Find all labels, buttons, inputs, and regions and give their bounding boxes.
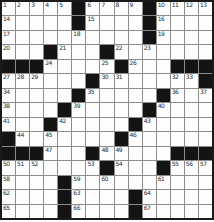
cell-r12c5[interactable]	[58, 161, 71, 174]
clue-number: 48	[101, 147, 108, 153]
cell-r14c12[interactable]	[157, 190, 170, 203]
cell-r2c12[interactable]: 16	[157, 16, 170, 29]
cell-r1c9[interactable]: 8	[115, 2, 128, 15]
cell-r3c7[interactable]	[86, 31, 99, 44]
cell-r7c9[interactable]	[115, 89, 128, 102]
cell-r12c3[interactable]: 52	[30, 161, 43, 174]
clue-number: 25	[101, 60, 108, 66]
clue-number: 58	[3, 176, 10, 182]
cell-r12c11[interactable]	[143, 161, 156, 174]
cell-r8c7[interactable]	[86, 103, 99, 116]
black-cell-r1c6	[72, 2, 85, 15]
cell-r9c14[interactable]	[185, 118, 198, 131]
black-cell-r5c9	[115, 60, 128, 73]
cell-r14c11[interactable]: 64	[143, 190, 156, 203]
clue-number: 5	[59, 2, 62, 8]
cell-r6c10[interactable]	[129, 74, 142, 87]
clue-number: 30	[101, 74, 108, 80]
cell-r13c6[interactable]: 59	[72, 176, 85, 189]
cell-r12c14[interactable]: 56	[185, 161, 198, 174]
cell-r5c7[interactable]	[86, 60, 99, 73]
cell-r13c15[interactable]	[199, 176, 212, 189]
cell-r12c9[interactable]: 54	[115, 161, 128, 174]
black-cell-r4c4	[44, 45, 57, 58]
black-cell-r5c14	[185, 60, 198, 73]
black-cell-r14c10	[129, 190, 142, 203]
black-cell-r11c14	[185, 147, 198, 160]
cell-r6c11[interactable]	[143, 74, 156, 87]
cell-r11c6[interactable]	[72, 147, 85, 160]
cell-r13c4[interactable]	[44, 176, 57, 189]
black-cell-r9c4	[44, 118, 57, 131]
cell-r7c15[interactable]: 37	[199, 89, 212, 102]
cell-r13c2[interactable]	[16, 176, 29, 189]
cell-r13c9[interactable]	[115, 176, 128, 189]
cell-r14c3[interactable]	[30, 190, 43, 203]
black-cell-r13c5	[58, 176, 71, 189]
black-cell-r2c6	[72, 16, 85, 29]
cell-r10c8[interactable]	[100, 132, 113, 145]
clue-number: 34	[3, 89, 10, 95]
black-cell-r14c5	[58, 190, 71, 203]
cell-r2c4[interactable]	[44, 16, 57, 29]
black-cell-r5c3	[30, 60, 43, 73]
cell-r1c2[interactable]: 2	[16, 2, 29, 15]
cell-r9c6[interactable]	[72, 118, 85, 131]
cell-r9c9[interactable]	[115, 118, 128, 131]
cell-r4c12[interactable]	[157, 45, 170, 58]
cell-r5c6[interactable]	[72, 60, 85, 73]
clue-number: 55	[172, 161, 179, 167]
cell-r10c7[interactable]	[86, 132, 99, 145]
cell-r12c6[interactable]	[72, 161, 85, 174]
cell-r6c14[interactable]: 33	[185, 74, 198, 87]
cell-r12c2[interactable]: 51	[16, 161, 29, 174]
cell-r6c12[interactable]	[157, 74, 170, 87]
cell-r13c14[interactable]	[185, 176, 198, 189]
clue-number: 36	[172, 89, 179, 95]
cell-r7c7[interactable]: 35	[86, 89, 99, 102]
clue-number: 40	[158, 103, 165, 109]
black-cell-r7c12	[157, 89, 170, 102]
cell-r9c2[interactable]	[16, 118, 29, 131]
cell-r13c10[interactable]	[129, 176, 142, 189]
cell-r3c10[interactable]	[129, 31, 142, 44]
clue-number: 13	[200, 2, 207, 8]
clue-number: 16	[158, 16, 165, 22]
cell-r6c5[interactable]	[58, 74, 71, 87]
clue-number: 47	[45, 147, 52, 153]
cell-r4c7[interactable]	[86, 45, 99, 58]
black-cell-r5c1	[2, 60, 15, 73]
cell-r8c9[interactable]	[115, 103, 128, 116]
clue-number: 63	[73, 190, 80, 196]
clue-number: 21	[59, 45, 66, 51]
cell-r12c15[interactable]: 57	[199, 161, 212, 174]
cell-r9c15[interactable]	[199, 118, 212, 131]
cell-r10c11[interactable]	[143, 132, 156, 145]
black-cell-r11c7	[86, 147, 99, 160]
cell-r7c11[interactable]	[143, 89, 156, 102]
cell-r7c5[interactable]	[58, 89, 71, 102]
cell-r9c7[interactable]	[86, 118, 99, 131]
cell-r13c11[interactable]	[143, 176, 156, 189]
cell-r14c9[interactable]	[115, 190, 128, 203]
cell-r4c2[interactable]	[16, 45, 29, 58]
clue-number: 45	[45, 132, 52, 138]
cell-r9c8[interactable]	[100, 118, 113, 131]
clue-number: 14	[3, 16, 10, 22]
clue-number: 43	[144, 118, 151, 124]
cell-r2c2[interactable]	[16, 16, 29, 29]
black-cell-r6c15	[199, 74, 212, 87]
cell-r10c12[interactable]	[157, 132, 170, 145]
cell-r11c10[interactable]	[129, 147, 142, 160]
cell-r15c3[interactable]	[30, 205, 43, 218]
cell-r9c1[interactable]: 41	[2, 118, 15, 131]
clue-number: 52	[31, 161, 38, 167]
cell-r4c10[interactable]	[129, 45, 142, 58]
cell-r1c13[interactable]: 11	[171, 2, 184, 15]
cell-r9c3[interactable]	[30, 118, 43, 131]
cell-r15c11[interactable]: 67	[143, 205, 156, 218]
cell-r4c1[interactable]: 20	[2, 45, 15, 58]
cell-r9c13[interactable]	[171, 118, 184, 131]
cell-r6c1[interactable]: 27	[2, 74, 15, 87]
cell-r15c14[interactable]	[185, 205, 198, 218]
cell-r1c4[interactable]: 4	[44, 2, 57, 15]
clue-number: 17	[3, 31, 10, 37]
black-cell-r15c5	[58, 205, 71, 218]
cell-r4c9[interactable]: 22	[115, 45, 128, 58]
clue-number: 66	[73, 205, 80, 211]
cell-r14c1[interactable]: 62	[2, 190, 15, 203]
cell-r10c15[interactable]	[199, 132, 212, 145]
cell-r7c10[interactable]	[129, 89, 142, 102]
cell-r11c9[interactable]: 49	[115, 147, 128, 160]
clue-number: 27	[3, 74, 10, 80]
cell-r7c14[interactable]	[185, 89, 198, 102]
clue-number: 50	[3, 161, 10, 167]
clue-number: 54	[116, 161, 123, 167]
cell-r13c3[interactable]	[30, 176, 43, 189]
clue-number: 9	[130, 2, 133, 8]
cell-r4c6[interactable]	[72, 45, 85, 58]
cell-r13c12[interactable]: 61	[157, 176, 170, 189]
cell-r2c1[interactable]: 14	[2, 16, 15, 29]
cell-r1c3[interactable]: 3	[30, 2, 43, 15]
clue-number: 8	[116, 2, 119, 8]
cell-r14c14[interactable]	[185, 190, 198, 203]
cell-r15c9[interactable]	[115, 205, 128, 218]
cell-r3c3[interactable]	[30, 31, 43, 44]
cell-r5c8[interactable]: 25	[100, 60, 113, 73]
clue-number: 38	[3, 103, 10, 109]
black-cell-r11c13	[171, 147, 184, 160]
cell-r3c1[interactable]: 17	[2, 31, 15, 44]
cell-r14c7[interactable]	[86, 190, 99, 203]
cell-r12c1[interactable]: 50	[2, 161, 15, 174]
cell-r15c7[interactable]	[86, 205, 99, 218]
black-cell-r9c10	[129, 118, 142, 131]
clue-number: 67	[144, 205, 151, 211]
cell-r10c4[interactable]: 45	[44, 132, 57, 145]
cell-r1c10[interactable]: 9	[129, 2, 142, 15]
black-cell-r10c9	[115, 132, 128, 145]
black-cell-r11c3	[30, 147, 43, 160]
black-cell-r11c15	[199, 147, 212, 160]
clue-number: 28	[17, 74, 24, 80]
cell-r1c15[interactable]: 13	[199, 2, 212, 15]
cell-r12c4[interactable]	[44, 161, 57, 174]
cell-r2c7[interactable]: 15	[86, 16, 99, 29]
cell-r7c2[interactable]	[16, 89, 29, 102]
clue-number: 60	[101, 176, 108, 182]
cell-r7c4[interactable]	[44, 89, 57, 102]
black-cell-r11c1	[2, 147, 15, 160]
cell-r4c3[interactable]	[30, 45, 43, 58]
clue-number: 61	[158, 176, 165, 182]
clue-number: 65	[3, 205, 10, 211]
cell-r10c3[interactable]	[30, 132, 43, 145]
cell-r8c12[interactable]: 40	[157, 103, 170, 116]
black-cell-r12c8	[100, 161, 113, 174]
cell-r7c3[interactable]	[30, 89, 43, 102]
cell-r2c14[interactable]	[185, 16, 198, 29]
clue-number: 6	[87, 2, 90, 8]
cell-r8c14[interactable]	[185, 103, 198, 116]
clue-number: 3	[31, 2, 34, 8]
cell-r15c6[interactable]: 66	[72, 205, 85, 218]
clue-number: 19	[158, 31, 165, 37]
cell-r1c5[interactable]: 5	[58, 2, 71, 15]
cell-r9c12[interactable]	[157, 118, 170, 131]
cell-r6c8[interactable]: 30	[100, 74, 113, 87]
cell-r4c13[interactable]	[171, 45, 184, 58]
cell-r15c4[interactable]	[44, 205, 57, 218]
clue-number: 59	[73, 176, 80, 182]
cell-r14c8[interactable]	[100, 190, 113, 203]
cell-r8c8[interactable]	[100, 103, 113, 116]
black-cell-r11c2	[16, 147, 29, 160]
cell-r14c4[interactable]	[44, 190, 57, 203]
cell-r11c4[interactable]: 47	[44, 147, 57, 160]
cell-r3c4[interactable]	[44, 31, 57, 44]
clue-number: 42	[59, 118, 66, 124]
cell-r15c15[interactable]	[199, 205, 212, 218]
cell-r2c15[interactable]	[199, 16, 212, 29]
cell-r1c12[interactable]: 10	[157, 2, 170, 15]
clue-number: 44	[17, 132, 24, 138]
cell-r7c13[interactable]: 36	[171, 89, 184, 102]
cell-r1c8[interactable]: 7	[100, 2, 113, 15]
cell-r4c5[interactable]: 21	[58, 45, 71, 58]
cell-r1c14[interactable]: 12	[185, 2, 198, 15]
clue-number: 18	[73, 31, 80, 37]
cell-r8c2[interactable]	[16, 103, 29, 116]
cell-r3c6[interactable]: 18	[72, 31, 85, 44]
cell-r14c15[interactable]	[199, 190, 212, 203]
cell-r13c13[interactable]	[171, 176, 184, 189]
cell-r12c13[interactable]: 55	[171, 161, 184, 174]
cell-r6c9[interactable]: 31	[115, 74, 128, 87]
cell-r9c11[interactable]: 43	[143, 118, 156, 131]
cell-r8c15[interactable]	[199, 103, 212, 116]
cell-r5c12[interactable]	[157, 60, 170, 73]
clue-number: 62	[3, 190, 10, 196]
cell-r8c10[interactable]	[129, 103, 142, 116]
clue-number: 56	[186, 161, 193, 167]
cell-r3c2[interactable]	[16, 31, 29, 44]
cell-r8c3[interactable]	[30, 103, 43, 116]
cell-r3c13[interactable]	[171, 31, 184, 44]
cell-r15c13[interactable]	[171, 205, 184, 218]
black-cell-r5c2	[16, 60, 29, 73]
clue-number: 2	[17, 2, 20, 8]
cell-r8c1[interactable]: 38	[2, 103, 15, 116]
cell-r5c4[interactable]: 24	[44, 60, 57, 73]
cell-r13c8[interactable]: 60	[100, 176, 113, 189]
cell-r8c6[interactable]: 39	[72, 103, 85, 116]
cell-r3c9[interactable]	[115, 31, 128, 44]
cell-r5c5[interactable]	[58, 60, 71, 73]
cell-r15c8[interactable]	[100, 205, 113, 218]
clue-number: 37	[200, 89, 207, 95]
black-cell-r6c7	[86, 74, 99, 87]
cell-r2c8[interactable]	[100, 16, 113, 29]
clue-number: 12	[186, 2, 193, 8]
clue-number: 31	[116, 74, 123, 80]
cell-r1c7[interactable]: 6	[86, 2, 99, 15]
cell-r9c5[interactable]: 42	[58, 118, 71, 131]
cell-r14c13[interactable]	[171, 190, 184, 203]
clue-number: 11	[172, 2, 179, 8]
clue-number: 1	[3, 2, 6, 8]
cell-r11c5[interactable]	[58, 147, 71, 160]
clue-number: 41	[3, 118, 10, 124]
cell-r1c1[interactable]: 1	[2, 2, 15, 15]
clue-number: 24	[45, 60, 52, 66]
cell-r11c12[interactable]	[157, 147, 170, 160]
clue-number: 57	[200, 161, 207, 167]
clue-number: 39	[73, 103, 80, 109]
cell-r3c5[interactable]	[58, 31, 71, 44]
cell-r15c2[interactable]	[16, 205, 29, 218]
black-cell-r5c13	[171, 60, 184, 73]
cell-r7c8[interactable]	[100, 89, 113, 102]
clue-number: 64	[144, 190, 151, 196]
clue-number: 7	[101, 2, 104, 8]
black-cell-r15c10	[129, 205, 142, 218]
cell-r15c12[interactable]	[157, 205, 170, 218]
cell-r8c13[interactable]	[171, 103, 184, 116]
cell-r10c14[interactable]	[185, 132, 198, 145]
black-cell-r5c15	[199, 60, 212, 73]
cell-r14c6[interactable]: 63	[72, 190, 85, 203]
cell-r2c10[interactable]	[129, 16, 142, 29]
cell-r6c13[interactable]: 32	[171, 74, 184, 87]
cell-r14c2[interactable]	[16, 190, 29, 203]
cell-r6c6[interactable]	[72, 74, 85, 87]
cell-r5c11[interactable]	[143, 60, 156, 73]
cell-r13c1[interactable]: 58	[2, 176, 15, 189]
clue-number: 32	[172, 74, 179, 80]
clue-number: 10	[158, 2, 165, 8]
black-cell-r3c11	[143, 31, 156, 44]
cell-r5c10[interactable]: 26	[129, 60, 142, 73]
clue-number: 46	[130, 132, 137, 138]
clue-number: 35	[87, 89, 94, 95]
black-cell-r12c12	[157, 161, 170, 174]
cell-r3c12[interactable]: 19	[157, 31, 170, 44]
black-cell-r10c1	[2, 132, 15, 145]
crossword-page: 1234567891011121314151617181920212223242…	[0, 0, 214, 222]
cell-r10c6[interactable]	[72, 132, 85, 145]
clue-number: 22	[116, 45, 123, 51]
clue-number: 53	[87, 161, 94, 167]
cell-r8c4[interactable]	[44, 103, 57, 116]
cell-r3c14[interactable]	[185, 31, 198, 44]
cell-r10c5[interactable]	[58, 132, 71, 145]
cell-r10c13[interactable]	[171, 132, 184, 145]
cell-r2c3[interactable]	[30, 16, 43, 29]
cell-r4c11[interactable]: 23	[143, 45, 156, 58]
cell-r3c15[interactable]	[199, 31, 212, 44]
black-cell-r8c5	[58, 103, 71, 116]
cell-r10c10[interactable]: 46	[129, 132, 142, 145]
clue-number: 29	[31, 74, 38, 80]
clue-number: 33	[186, 74, 193, 80]
cell-r11c11[interactable]	[143, 147, 156, 160]
black-cell-r8c11	[143, 103, 156, 116]
black-cell-r2c11	[143, 16, 156, 29]
cell-r15c1[interactable]: 65	[2, 205, 15, 218]
clue-number: 26	[130, 60, 137, 66]
cell-r12c10[interactable]	[129, 161, 142, 174]
black-cell-r7c6	[72, 89, 85, 102]
black-cell-r1c11	[143, 2, 156, 15]
crossword-grid: 1234567891011121314151617181920212223242…	[0, 0, 214, 220]
cell-r6c4[interactable]	[44, 74, 57, 87]
cell-r6c3[interactable]: 29	[30, 74, 43, 87]
clue-number: 20	[3, 45, 10, 51]
cell-r6c2[interactable]: 28	[16, 74, 29, 87]
cell-r13c7[interactable]	[86, 176, 99, 189]
clue-number: 15	[87, 16, 94, 22]
cell-r11c8[interactable]: 48	[100, 147, 113, 160]
cell-r4c14[interactable]	[185, 45, 198, 58]
cell-r3c8[interactable]	[100, 31, 113, 44]
cell-r10c2[interactable]: 44	[16, 132, 29, 145]
clue-number: 23	[144, 45, 151, 51]
cell-r7c1[interactable]: 34	[2, 89, 15, 102]
black-cell-r4c8	[100, 45, 113, 58]
clue-number: 51	[17, 161, 24, 167]
cell-r4c15[interactable]	[199, 45, 212, 58]
cell-r12c7[interactable]: 53	[86, 161, 99, 174]
clue-number: 4	[45, 2, 48, 8]
cell-r2c5[interactable]	[58, 16, 71, 29]
cell-r2c13[interactable]	[171, 16, 184, 29]
cell-r2c9[interactable]	[115, 16, 128, 29]
clue-number: 49	[116, 147, 123, 153]
